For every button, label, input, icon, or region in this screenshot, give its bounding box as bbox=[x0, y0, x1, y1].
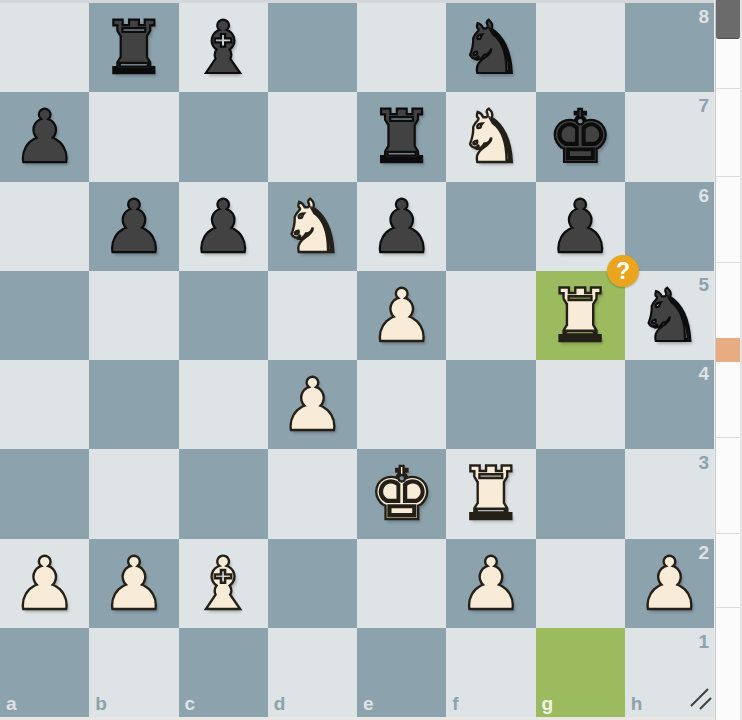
white-rook[interactable]: ♜ bbox=[446, 449, 535, 538]
square-a1[interactable]: a bbox=[0, 628, 89, 717]
chess-board: ♜♝♞8♟♜♞♚7♟♟♞♟♟6♟♜5♞♟4♚♜3♟♟♝♟2♟abcdefg1h bbox=[0, 3, 714, 717]
black-king[interactable]: ♚ bbox=[536, 92, 625, 181]
black-knight[interactable]: ♞ bbox=[446, 3, 535, 92]
scrollbar bbox=[714, 0, 742, 720]
black-rook[interactable]: ♜ bbox=[357, 92, 446, 181]
white-pawn[interactable]: ♟ bbox=[625, 539, 714, 628]
square-f5[interactable] bbox=[446, 271, 535, 360]
white-pawn[interactable]: ♟ bbox=[0, 539, 89, 628]
black-pawn[interactable]: ♟ bbox=[89, 182, 178, 271]
square-a2[interactable]: ♟ bbox=[0, 539, 89, 628]
square-h8[interactable]: 8 bbox=[625, 3, 714, 92]
white-pawn[interactable]: ♟ bbox=[268, 360, 357, 449]
rank-label-1: 1 bbox=[698, 632, 709, 651]
scrollbar-separator bbox=[716, 437, 740, 438]
square-f8[interactable]: ♞ bbox=[446, 3, 535, 92]
square-f6[interactable] bbox=[446, 182, 535, 271]
square-h5[interactable]: 5♞ bbox=[625, 271, 714, 360]
square-h6[interactable]: 6 bbox=[625, 182, 714, 271]
square-c1[interactable]: c bbox=[179, 628, 268, 717]
scrollbar-separator bbox=[716, 176, 740, 177]
square-d5[interactable] bbox=[268, 271, 357, 360]
square-g1[interactable]: g bbox=[536, 628, 625, 717]
square-c8[interactable]: ♝ bbox=[179, 3, 268, 92]
square-e4[interactable] bbox=[357, 360, 446, 449]
square-h3[interactable]: 3 bbox=[625, 449, 714, 538]
scrollbar-separator bbox=[716, 607, 740, 608]
white-pawn[interactable]: ♟ bbox=[89, 539, 178, 628]
square-c6[interactable]: ♟ bbox=[179, 182, 268, 271]
file-label-f: f bbox=[452, 694, 458, 713]
square-b1[interactable]: b bbox=[89, 628, 178, 717]
mistake-annotation-symbol: ? bbox=[616, 258, 630, 285]
square-f3[interactable]: ♜ bbox=[446, 449, 535, 538]
white-king[interactable]: ♚ bbox=[357, 449, 446, 538]
square-g5[interactable]: ♜ bbox=[536, 271, 625, 360]
square-e2[interactable] bbox=[357, 539, 446, 628]
square-h2[interactable]: 2♟ bbox=[625, 539, 714, 628]
rank-label-4: 4 bbox=[698, 364, 709, 383]
square-b6[interactable]: ♟ bbox=[89, 182, 178, 271]
rank-label-8: 8 bbox=[698, 7, 709, 26]
black-bishop[interactable]: ♝ bbox=[179, 3, 268, 92]
file-label-a: a bbox=[6, 694, 17, 713]
scrollbar-separator bbox=[716, 262, 740, 263]
black-knight[interactable]: ♞ bbox=[625, 271, 714, 360]
square-b8[interactable]: ♜ bbox=[89, 3, 178, 92]
square-d4[interactable]: ♟ bbox=[268, 360, 357, 449]
square-a4[interactable] bbox=[0, 360, 89, 449]
square-b2[interactable]: ♟ bbox=[89, 539, 178, 628]
scrollbar-separator bbox=[716, 533, 740, 534]
square-g3[interactable] bbox=[536, 449, 625, 538]
square-e5[interactable]: ♟ bbox=[357, 271, 446, 360]
file-label-g: g bbox=[542, 694, 554, 713]
file-label-b: b bbox=[95, 694, 107, 713]
square-g4[interactable] bbox=[536, 360, 625, 449]
square-g7[interactable]: ♚ bbox=[536, 92, 625, 181]
square-f4[interactable] bbox=[446, 360, 535, 449]
white-knight[interactable]: ♞ bbox=[446, 92, 535, 181]
square-a3[interactable] bbox=[0, 449, 89, 538]
square-g8[interactable] bbox=[536, 3, 625, 92]
square-h7[interactable]: 7 bbox=[625, 92, 714, 181]
chess-board-screen: ♜♝♞8♟♜♞♚7♟♟♞♟♟6♟♜5♞♟4♚♜3♟♟♝♟2♟abcdefg1h … bbox=[0, 0, 742, 720]
file-label-c: c bbox=[185, 694, 196, 713]
black-pawn[interactable]: ♟ bbox=[357, 182, 446, 271]
square-c4[interactable] bbox=[179, 360, 268, 449]
square-d2[interactable] bbox=[268, 539, 357, 628]
square-f1[interactable]: f bbox=[446, 628, 535, 717]
rank-label-7: 7 bbox=[698, 96, 709, 115]
black-rook[interactable]: ♜ bbox=[89, 3, 178, 92]
white-rook[interactable]: ♜ bbox=[536, 271, 625, 360]
square-h4[interactable]: 4 bbox=[625, 360, 714, 449]
square-d3[interactable] bbox=[268, 449, 357, 538]
white-knight[interactable]: ♞ bbox=[268, 182, 357, 271]
rank-label-6: 6 bbox=[698, 186, 709, 205]
black-pawn[interactable]: ♟ bbox=[536, 182, 625, 271]
square-a8[interactable] bbox=[0, 3, 89, 92]
square-f2[interactable]: ♟ bbox=[446, 539, 535, 628]
square-b3[interactable] bbox=[89, 449, 178, 538]
square-a7[interactable]: ♟ bbox=[0, 92, 89, 181]
square-c5[interactable] bbox=[179, 271, 268, 360]
square-e7[interactable]: ♜ bbox=[357, 92, 446, 181]
square-b7[interactable] bbox=[89, 92, 178, 181]
square-e1[interactable]: e bbox=[357, 628, 446, 717]
file-label-h: h bbox=[631, 694, 643, 713]
square-e3[interactable]: ♚ bbox=[357, 449, 446, 538]
square-b5[interactable] bbox=[89, 271, 178, 360]
square-f7[interactable]: ♞ bbox=[446, 92, 535, 181]
square-d6[interactable]: ♞ bbox=[268, 182, 357, 271]
square-c2[interactable]: ♝ bbox=[179, 539, 268, 628]
square-e8[interactable] bbox=[357, 3, 446, 92]
resize-handle-icon[interactable] bbox=[685, 683, 713, 711]
square-b4[interactable] bbox=[89, 360, 178, 449]
file-label-d: d bbox=[274, 694, 286, 713]
white-bishop[interactable]: ♝ bbox=[179, 539, 268, 628]
mistake-annotation-badge: ? bbox=[607, 255, 639, 287]
square-g2[interactable] bbox=[536, 539, 625, 628]
scrollbar-track[interactable] bbox=[715, 0, 741, 720]
square-a6[interactable] bbox=[0, 182, 89, 271]
square-a5[interactable] bbox=[0, 271, 89, 360]
black-pawn[interactable]: ♟ bbox=[0, 92, 89, 181]
scrollbar-separator bbox=[716, 88, 740, 89]
square-d7[interactable] bbox=[268, 92, 357, 181]
square-d1[interactable]: d bbox=[268, 628, 357, 717]
square-g6[interactable]: ♟ bbox=[536, 182, 625, 271]
scrollbar-highlight-marker bbox=[716, 338, 740, 362]
scrollbar-thumb[interactable] bbox=[716, 0, 740, 39]
square-c7[interactable] bbox=[179, 92, 268, 181]
black-pawn[interactable]: ♟ bbox=[179, 182, 268, 271]
rank-label-3: 3 bbox=[698, 453, 709, 472]
square-c3[interactable] bbox=[179, 449, 268, 538]
square-e6[interactable]: ♟ bbox=[357, 182, 446, 271]
white-pawn[interactable]: ♟ bbox=[357, 271, 446, 360]
square-d8[interactable] bbox=[268, 3, 357, 92]
white-pawn[interactable]: ♟ bbox=[446, 539, 535, 628]
file-label-e: e bbox=[363, 694, 374, 713]
